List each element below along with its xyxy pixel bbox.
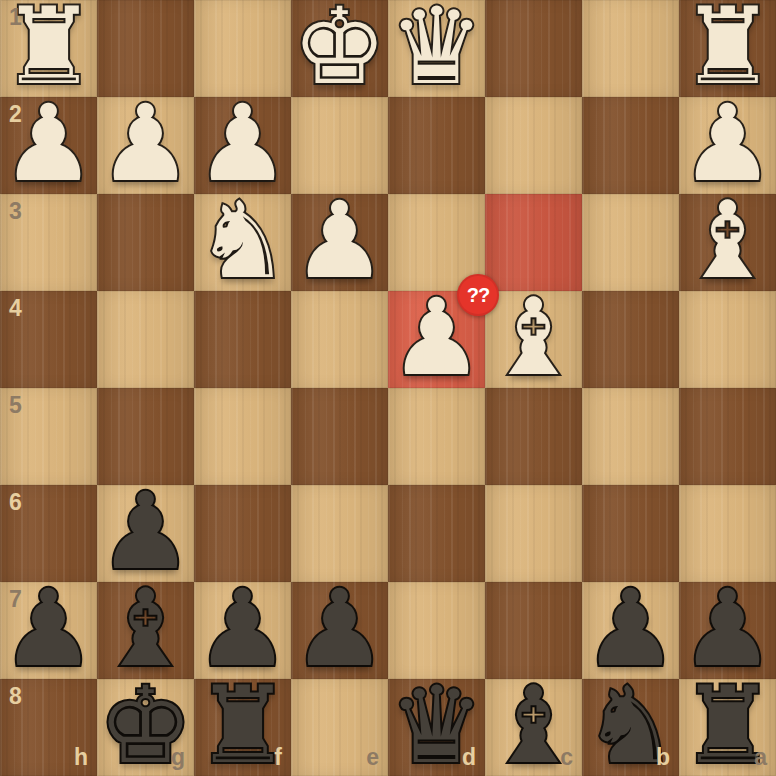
square-g3[interactable] xyxy=(97,194,194,291)
square-b5[interactable] xyxy=(582,388,679,485)
square-h4[interactable]: 4 xyxy=(0,291,97,388)
square-c6[interactable] xyxy=(485,485,582,582)
square-h2[interactable]: ♟2 xyxy=(0,97,97,194)
square-d5[interactable] xyxy=(388,388,485,485)
white-bishop-a3[interactable]: ♝ xyxy=(680,188,775,294)
square-h8[interactable]: 8h xyxy=(0,679,97,776)
square-d6[interactable] xyxy=(388,485,485,582)
square-g4[interactable] xyxy=(97,291,194,388)
square-c2[interactable] xyxy=(485,97,582,194)
black-rook-f8[interactable]: ♜ xyxy=(195,673,290,776)
rank-label-5: 5 xyxy=(9,394,22,417)
white-pawn-e3[interactable]: ♟ xyxy=(292,188,387,294)
black-bishop-c8[interactable]: ♝ xyxy=(486,673,581,776)
black-queen-d8[interactable]: ♛ xyxy=(389,673,484,776)
black-pawn-h7[interactable]: ♟ xyxy=(1,576,96,682)
white-king-e1[interactable]: ♚ xyxy=(292,0,387,100)
blunder-annotation-badge: ?? xyxy=(457,274,499,316)
square-a8[interactable]: ♜a xyxy=(679,679,776,776)
square-c1[interactable] xyxy=(485,0,582,97)
chess-board: ?? ♜1♚♛♜♟2♟♟♟3♞♟♝4♟♝56♟♟7♝♟♟♟♟8h♚g♜fe♛d♝… xyxy=(0,0,776,776)
white-queen-d1[interactable]: ♛ xyxy=(389,0,484,100)
square-g8[interactable]: ♚g xyxy=(97,679,194,776)
file-label-e: e xyxy=(366,746,379,769)
square-b3[interactable] xyxy=(582,194,679,291)
square-f4[interactable] xyxy=(194,291,291,388)
rank-label-4: 4 xyxy=(9,297,22,320)
square-b2[interactable] xyxy=(582,97,679,194)
square-f8[interactable]: ♜f xyxy=(194,679,291,776)
square-a3[interactable]: ♝ xyxy=(679,194,776,291)
square-f5[interactable] xyxy=(194,388,291,485)
square-h3[interactable]: 3 xyxy=(0,194,97,291)
square-b1[interactable] xyxy=(582,0,679,97)
black-king-g8[interactable]: ♚ xyxy=(98,673,193,776)
black-pawn-e7[interactable]: ♟ xyxy=(292,576,387,682)
square-d8[interactable]: ♛d xyxy=(388,679,485,776)
rank-label-3: 3 xyxy=(9,200,22,223)
square-f3[interactable]: ♞ xyxy=(194,194,291,291)
square-e5[interactable] xyxy=(291,388,388,485)
rank-label-8: 8 xyxy=(9,685,22,708)
square-d2[interactable] xyxy=(388,97,485,194)
rank-label-6: 6 xyxy=(9,491,22,514)
white-pawn-h2[interactable]: ♟ xyxy=(1,91,96,197)
white-bishop-c4[interactable]: ♝ xyxy=(486,285,581,391)
square-e8[interactable]: e xyxy=(291,679,388,776)
square-d1[interactable]: ♛ xyxy=(388,0,485,97)
square-b8[interactable]: ♞b xyxy=(582,679,679,776)
square-h7[interactable]: ♟7 xyxy=(0,582,97,679)
square-e4[interactable] xyxy=(291,291,388,388)
square-a5[interactable] xyxy=(679,388,776,485)
square-a4[interactable] xyxy=(679,291,776,388)
black-rook-a8[interactable]: ♜ xyxy=(680,673,775,776)
square-b4[interactable] xyxy=(582,291,679,388)
square-c4[interactable]: ♝ xyxy=(485,291,582,388)
square-c5[interactable] xyxy=(485,388,582,485)
square-e3[interactable]: ♟ xyxy=(291,194,388,291)
square-g2[interactable]: ♟ xyxy=(97,97,194,194)
square-e7[interactable]: ♟ xyxy=(291,582,388,679)
black-knight-b8[interactable]: ♞ xyxy=(583,673,678,776)
square-e1[interactable]: ♚ xyxy=(291,0,388,97)
square-h5[interactable]: 5 xyxy=(0,388,97,485)
white-pawn-g2[interactable]: ♟ xyxy=(98,91,193,197)
white-knight-f3[interactable]: ♞ xyxy=(195,188,290,294)
file-label-h: h xyxy=(74,746,88,769)
square-c8[interactable]: ♝c xyxy=(485,679,582,776)
